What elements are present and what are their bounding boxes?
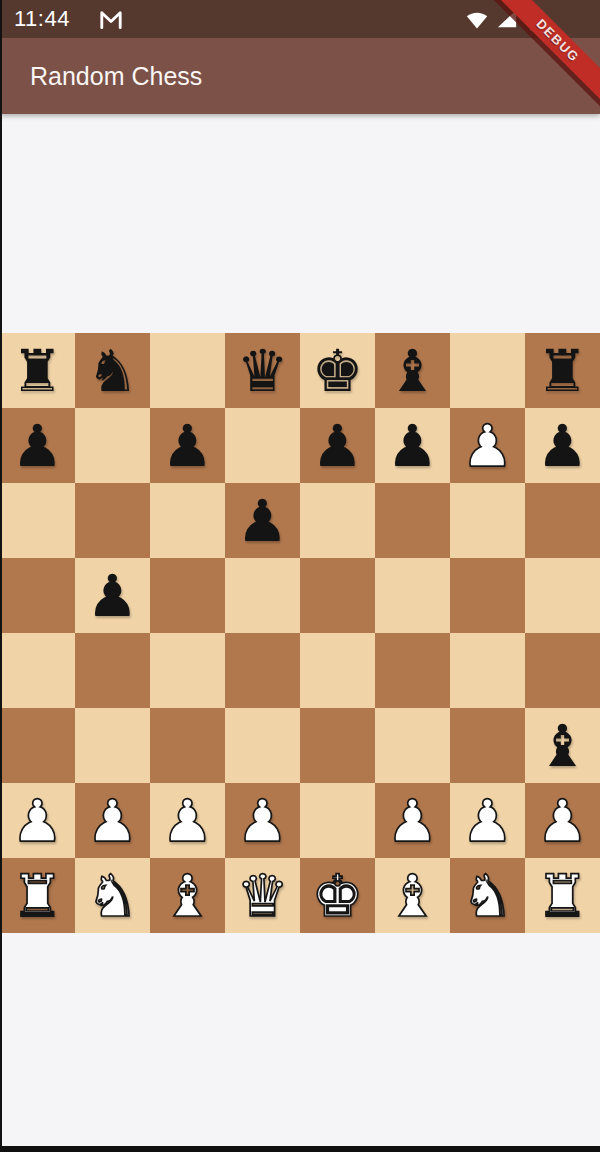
square-b3[interactable] bbox=[75, 708, 150, 783]
square-e4[interactable] bbox=[300, 633, 375, 708]
chess-board: ♜♞♛♚♝♜♟♟♟♟♟♟♟♟♝♟♟♟♟♟♟♟♜♞♝♛♚♝♞♜ bbox=[0, 333, 600, 933]
piece-white-queen: ♛ bbox=[237, 867, 289, 925]
piece-white-pawn: ♟ bbox=[387, 792, 439, 850]
square-g4[interactable] bbox=[450, 633, 525, 708]
square-g2[interactable]: ♟ bbox=[450, 783, 525, 858]
piece-black-queen: ♛ bbox=[237, 342, 289, 400]
square-g7[interactable]: ♟ bbox=[450, 408, 525, 483]
square-f6[interactable] bbox=[375, 483, 450, 558]
square-e5[interactable] bbox=[300, 558, 375, 633]
square-f1[interactable]: ♝ bbox=[375, 858, 450, 933]
page-title: Random Chess bbox=[30, 62, 202, 91]
square-c7[interactable]: ♟ bbox=[150, 408, 225, 483]
piece-black-bishop: ♝ bbox=[387, 342, 439, 400]
piece-white-pawn: ♟ bbox=[237, 792, 289, 850]
square-b8[interactable]: ♞ bbox=[75, 333, 150, 408]
piece-black-rook: ♜ bbox=[537, 342, 589, 400]
piece-black-pawn: ♟ bbox=[12, 417, 64, 475]
square-d3[interactable] bbox=[225, 708, 300, 783]
square-e3[interactable] bbox=[300, 708, 375, 783]
square-e7[interactable]: ♟ bbox=[300, 408, 375, 483]
square-a4[interactable] bbox=[0, 633, 75, 708]
square-h1[interactable]: ♜ bbox=[525, 858, 600, 933]
square-h7[interactable]: ♟ bbox=[525, 408, 600, 483]
piece-white-king: ♚ bbox=[312, 867, 364, 925]
square-g6[interactable] bbox=[450, 483, 525, 558]
piece-white-pawn: ♟ bbox=[12, 792, 64, 850]
app-bar: Random Chess bbox=[0, 38, 600, 114]
square-c6[interactable] bbox=[150, 483, 225, 558]
square-b5[interactable]: ♟ bbox=[75, 558, 150, 633]
square-a1[interactable]: ♜ bbox=[0, 858, 75, 933]
square-f3[interactable] bbox=[375, 708, 450, 783]
square-a5[interactable] bbox=[0, 558, 75, 633]
square-c4[interactable] bbox=[150, 633, 225, 708]
square-h6[interactable] bbox=[525, 483, 600, 558]
piece-white-knight: ♞ bbox=[87, 867, 139, 925]
square-d5[interactable] bbox=[225, 558, 300, 633]
square-b1[interactable]: ♞ bbox=[75, 858, 150, 933]
square-f7[interactable]: ♟ bbox=[375, 408, 450, 483]
piece-white-pawn: ♟ bbox=[462, 417, 514, 475]
square-f8[interactable]: ♝ bbox=[375, 333, 450, 408]
piece-black-king: ♚ bbox=[312, 342, 364, 400]
status-icons bbox=[465, 0, 548, 38]
square-b6[interactable] bbox=[75, 483, 150, 558]
piece-white-pawn: ♟ bbox=[462, 792, 514, 850]
piece-white-rook: ♜ bbox=[12, 867, 64, 925]
square-c2[interactable]: ♟ bbox=[150, 783, 225, 858]
cellular-signal-icon bbox=[496, 8, 518, 30]
piece-white-bishop: ♝ bbox=[162, 867, 214, 925]
square-a2[interactable]: ♟ bbox=[0, 783, 75, 858]
piece-black-rook: ♜ bbox=[12, 342, 64, 400]
square-c1[interactable]: ♝ bbox=[150, 858, 225, 933]
square-a7[interactable]: ♟ bbox=[0, 408, 75, 483]
square-a8[interactable]: ♜ bbox=[0, 333, 75, 408]
square-f5[interactable] bbox=[375, 558, 450, 633]
piece-black-pawn: ♟ bbox=[312, 417, 364, 475]
piece-white-pawn: ♟ bbox=[87, 792, 139, 850]
square-g1[interactable]: ♞ bbox=[450, 858, 525, 933]
piece-white-knight: ♞ bbox=[462, 867, 514, 925]
wifi-icon bbox=[465, 7, 489, 31]
square-h3[interactable]: ♝ bbox=[525, 708, 600, 783]
square-f4[interactable] bbox=[375, 633, 450, 708]
square-d2[interactable]: ♟ bbox=[225, 783, 300, 858]
square-c8[interactable] bbox=[150, 333, 225, 408]
piece-black-knight: ♞ bbox=[87, 342, 139, 400]
piece-white-rook: ♜ bbox=[537, 867, 589, 925]
piece-black-pawn: ♟ bbox=[537, 417, 589, 475]
piece-white-pawn: ♟ bbox=[537, 792, 589, 850]
square-d8[interactable]: ♛ bbox=[225, 333, 300, 408]
square-g8[interactable] bbox=[450, 333, 525, 408]
piece-black-pawn: ♟ bbox=[387, 417, 439, 475]
gmail-notification-icon bbox=[98, 6, 124, 32]
square-h2[interactable]: ♟ bbox=[525, 783, 600, 858]
status-bar: 11:44 bbox=[0, 0, 600, 38]
square-e2[interactable] bbox=[300, 783, 375, 858]
piece-black-bishop: ♝ bbox=[537, 717, 589, 775]
square-c5[interactable] bbox=[150, 558, 225, 633]
square-h5[interactable] bbox=[525, 558, 600, 633]
piece-white-pawn: ♟ bbox=[162, 792, 214, 850]
square-e1[interactable]: ♚ bbox=[300, 858, 375, 933]
piece-white-bishop: ♝ bbox=[387, 867, 439, 925]
square-c3[interactable] bbox=[150, 708, 225, 783]
square-h8[interactable]: ♜ bbox=[525, 333, 600, 408]
piece-black-pawn: ♟ bbox=[237, 492, 289, 550]
square-d4[interactable] bbox=[225, 633, 300, 708]
square-g5[interactable] bbox=[450, 558, 525, 633]
navigation-bar bbox=[0, 1146, 600, 1152]
square-a6[interactable] bbox=[0, 483, 75, 558]
square-d6[interactable]: ♟ bbox=[225, 483, 300, 558]
piece-black-pawn: ♟ bbox=[87, 567, 139, 625]
square-e6[interactable] bbox=[300, 483, 375, 558]
square-b4[interactable] bbox=[75, 633, 150, 708]
screen-left-edge bbox=[0, 0, 2, 1152]
piece-black-pawn: ♟ bbox=[162, 417, 214, 475]
battery-icon bbox=[525, 6, 548, 33]
square-h4[interactable] bbox=[525, 633, 600, 708]
clock-text: 11:44 bbox=[14, 6, 70, 32]
square-e8[interactable]: ♚ bbox=[300, 333, 375, 408]
square-b2[interactable]: ♟ bbox=[75, 783, 150, 858]
square-d1[interactable]: ♛ bbox=[225, 858, 300, 933]
square-b7[interactable] bbox=[75, 408, 150, 483]
square-d7[interactable] bbox=[225, 408, 300, 483]
square-a3[interactable] bbox=[0, 708, 75, 783]
square-f2[interactable]: ♟ bbox=[375, 783, 450, 858]
square-g3[interactable] bbox=[450, 708, 525, 783]
